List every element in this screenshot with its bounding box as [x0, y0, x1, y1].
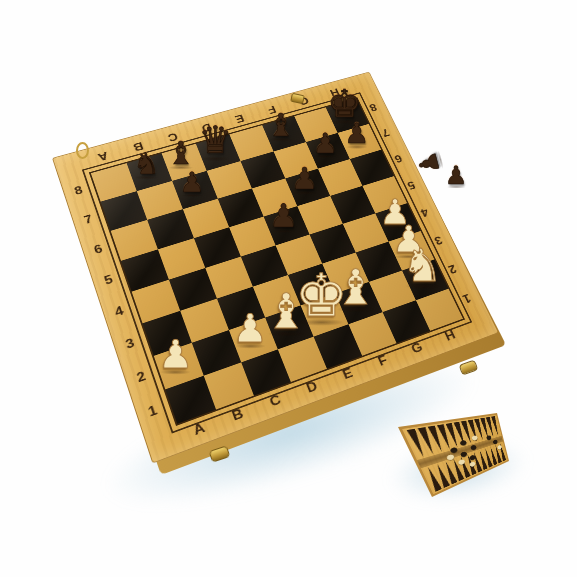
piece-black-pawn-f6[interactable]: ♟	[291, 164, 318, 194]
captured-black-pawn[interactable]: ♟	[414, 149, 444, 177]
piece-black-knight-b8[interactable]: ♞	[133, 149, 159, 178]
piece-black-pawn-c7[interactable]: ♟	[180, 169, 205, 197]
piece-white-pawn-a2[interactable]: ♟	[158, 334, 193, 373]
captured-black-pawn[interactable]: ♟	[445, 163, 467, 188]
piece-black-bishop-c8[interactable]: ♝	[167, 138, 195, 170]
piece-black-queen-d8[interactable]: ♛	[198, 123, 232, 161]
piece-black-bishop-f8[interactable]: ♝	[267, 109, 295, 140]
product-photo-scene: ABCDEFGH ABCDEFGH 87654321 87654321 ♞♝♛♝…	[0, 0, 577, 577]
hinge-ring-icon	[76, 142, 89, 159]
piece-black-pawn-e5[interactable]: ♟	[269, 200, 298, 232]
piece-white-pawn-c2[interactable]: ♟	[233, 308, 268, 347]
piece-white-knight-h2[interactable]: ♞	[402, 243, 443, 288]
piece-black-pawn-h7[interactable]: ♟	[344, 120, 369, 148]
piece-black-pawn-g7[interactable]: ♟	[313, 129, 338, 157]
piece-white-bishop-d2[interactable]: ♝	[264, 287, 307, 336]
